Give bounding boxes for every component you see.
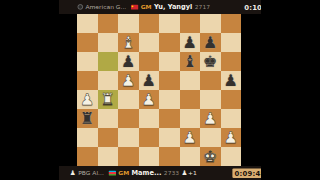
square-d4: ♟ xyxy=(139,90,160,109)
square-a4: ♟ xyxy=(77,90,98,109)
square-e3 xyxy=(159,109,180,128)
square-f2: ♟ xyxy=(180,128,201,147)
square-b2 xyxy=(98,128,119,147)
square-h2: ♟ xyxy=(221,128,242,147)
square-e1 xyxy=(159,147,180,166)
square-b3 xyxy=(98,109,119,128)
square-f5 xyxy=(180,71,201,90)
square-b5 xyxy=(98,71,119,90)
square-a8 xyxy=(77,14,98,33)
square-c1 xyxy=(118,147,139,166)
square-h1 xyxy=(221,147,242,166)
square-d3 xyxy=(139,109,160,128)
black-pawn: ♟ xyxy=(224,72,238,88)
white-pawn: ♟ xyxy=(183,129,197,145)
square-h6 xyxy=(221,52,242,71)
player-rating: 2717 xyxy=(195,4,210,11)
square-f7: ♟ xyxy=(180,33,201,52)
square-a2 xyxy=(77,128,98,147)
white-pawn: ♟ xyxy=(121,72,135,88)
team-name: PBG Al... xyxy=(78,170,104,177)
white-pawn: ♟ xyxy=(224,129,238,145)
square-a6 xyxy=(77,52,98,71)
square-g5 xyxy=(200,71,221,90)
square-f6: ♝ xyxy=(180,52,201,71)
square-g1: ♚ xyxy=(200,147,221,166)
captured-pawn-icon: ♟ xyxy=(181,170,187,177)
square-f4 xyxy=(180,90,201,109)
white-rook: ♜ xyxy=(101,91,115,107)
square-b4: ♜ xyxy=(98,90,119,109)
square-d7 xyxy=(139,33,160,52)
square-h7 xyxy=(221,33,242,52)
white-pawn-icon: ♟ xyxy=(70,170,76,177)
square-a5 xyxy=(77,71,98,90)
white-pawn: ♟ xyxy=(80,91,94,107)
square-b8 xyxy=(98,14,119,33)
square-d8 xyxy=(139,14,160,33)
square-d1 xyxy=(139,147,160,166)
square-c6: ♟ xyxy=(118,52,139,71)
player-rating: 2733 xyxy=(164,170,179,177)
square-a1 xyxy=(77,147,98,166)
player-name: Yu, Yangyi xyxy=(154,3,192,11)
chess-board: ♝♟♟♟♝♚♟♟♟♟♜♟♜♟♟♟♚ xyxy=(77,14,241,166)
square-b6 xyxy=(98,52,119,71)
gm-title: GM xyxy=(118,170,129,177)
black-king: ♚ xyxy=(203,53,217,69)
square-e4 xyxy=(159,90,180,109)
team-name: American G... xyxy=(85,4,126,11)
black-rook: ♜ xyxy=(80,110,94,126)
player-name: Mame... xyxy=(132,169,162,177)
square-a3: ♜ xyxy=(77,109,98,128)
square-e8 xyxy=(159,14,180,33)
square-d6 xyxy=(139,52,160,71)
bottom-player-bar: ♟ PBG Al... GM Mame... 2733 ♟ +1 0:09:48 xyxy=(59,166,261,180)
top-player-bar: American G... GM Yu, Yangyi 2717 0:10:51 xyxy=(59,0,261,14)
square-e6 xyxy=(159,52,180,71)
square-g7: ♟ xyxy=(200,33,221,52)
black-pawn: ♟ xyxy=(142,72,156,88)
black-pawn: ♟ xyxy=(121,53,135,69)
square-g6: ♚ xyxy=(200,52,221,71)
square-c8 xyxy=(118,14,139,33)
square-a7 xyxy=(77,33,98,52)
square-e5 xyxy=(159,71,180,90)
square-h5: ♟ xyxy=(221,71,242,90)
square-g2 xyxy=(200,128,221,147)
square-c7: ♝ xyxy=(118,33,139,52)
material-advantage-badge: ♟ +1 xyxy=(181,170,196,177)
square-h4 xyxy=(221,90,242,109)
white-king: ♚ xyxy=(203,148,217,164)
material-advantage-value: +1 xyxy=(188,170,197,177)
square-g4 xyxy=(200,90,221,109)
square-h8 xyxy=(221,14,242,33)
square-c3 xyxy=(118,109,139,128)
azerbaijan-flag-icon xyxy=(109,171,116,176)
white-pawn: ♟ xyxy=(203,110,217,126)
square-h3 xyxy=(221,109,242,128)
square-e7 xyxy=(159,33,180,52)
square-f8 xyxy=(180,14,201,33)
square-c5: ♟ xyxy=(118,71,139,90)
white-pawn: ♟ xyxy=(142,91,156,107)
black-pawn: ♟ xyxy=(183,34,197,50)
black-pawn: ♟ xyxy=(203,34,217,50)
black-clock: 0:10:51 xyxy=(244,3,261,11)
square-f3 xyxy=(180,109,201,128)
square-g8 xyxy=(200,14,221,33)
gm-title: GM xyxy=(141,4,152,11)
square-f1 xyxy=(180,147,201,166)
square-c2 xyxy=(118,128,139,147)
black-bishop: ♝ xyxy=(183,53,197,69)
black-side-dot-icon xyxy=(78,4,83,9)
square-e2 xyxy=(159,128,180,147)
china-flag-icon xyxy=(131,5,138,10)
square-g3: ♟ xyxy=(200,109,221,128)
square-d5: ♟ xyxy=(139,71,160,90)
white-clock: 0:09:48 xyxy=(232,168,261,178)
white-bishop: ♝ xyxy=(121,34,135,50)
square-b1 xyxy=(98,147,119,166)
square-d2 xyxy=(139,128,160,147)
square-b7 xyxy=(98,33,119,52)
square-c4 xyxy=(118,90,139,109)
